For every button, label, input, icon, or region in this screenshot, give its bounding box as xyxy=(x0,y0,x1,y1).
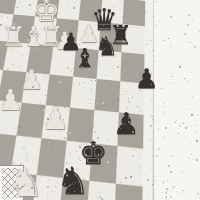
noise-speckle xyxy=(165,192,167,194)
noise-speckle xyxy=(192,44,193,45)
noise-speckle xyxy=(187,81,188,82)
noise-speckle xyxy=(182,162,183,163)
noise-speckle xyxy=(164,40,165,41)
noise-speckle xyxy=(161,88,162,89)
noise-speckle xyxy=(154,180,155,181)
noise-speckle xyxy=(197,38,198,39)
noise-speckle xyxy=(193,159,194,160)
noise-speckle xyxy=(172,156,173,157)
noise-speckle xyxy=(185,109,186,110)
noise-speckle xyxy=(166,197,167,198)
noise-speckle xyxy=(156,1,157,2)
noise-speckle xyxy=(189,158,190,159)
noise-speckle xyxy=(170,45,172,47)
noise-speckle xyxy=(163,136,164,137)
noise-speckle xyxy=(171,42,172,43)
noise-speckle xyxy=(156,121,157,122)
noise-speckle xyxy=(181,172,182,173)
square-r3c5[interactable] xyxy=(70,76,97,110)
noise-speckle xyxy=(196,131,197,132)
noise-speckle xyxy=(196,159,198,161)
noise-speckle xyxy=(196,12,197,13)
noise-speckle xyxy=(173,79,174,80)
noise-speckle xyxy=(164,113,165,114)
noise-speckle xyxy=(193,169,194,170)
noise-speckle xyxy=(167,7,168,8)
noise-speckle xyxy=(197,193,199,195)
square-r6c7[interactable] xyxy=(114,183,142,200)
noise-speckle xyxy=(163,180,164,181)
noise-speckle xyxy=(168,165,170,167)
noise-speckle xyxy=(163,182,164,183)
noise-speckle xyxy=(173,95,174,96)
noise-speckle xyxy=(189,42,190,43)
noise-speckle xyxy=(178,193,179,194)
noise-speckle xyxy=(199,31,200,32)
noise-speckle xyxy=(158,122,159,123)
noise-speckle xyxy=(173,186,175,188)
noise-speckle xyxy=(168,38,169,39)
noise-speckle xyxy=(155,176,156,177)
noise-speckle xyxy=(165,127,167,129)
noise-speckle xyxy=(163,106,164,107)
noise-speckle xyxy=(189,54,190,55)
noise-speckle xyxy=(167,180,168,181)
noise-speckle xyxy=(185,65,186,66)
noise-speckle xyxy=(162,34,163,35)
noise-speckle xyxy=(181,123,182,124)
noise-speckle xyxy=(172,83,173,84)
noise-speckle xyxy=(173,60,174,61)
noise-speckle xyxy=(166,99,167,100)
scene: ♚♜♝♜♟♟♟♟♟♞♛♜♟♞♝♟♟♚♞ xyxy=(0,0,200,200)
noise-speckle xyxy=(165,198,167,200)
noise-speckle xyxy=(156,141,157,142)
noise-speckle xyxy=(179,66,181,68)
noise-speckle xyxy=(192,96,193,97)
noise-speckle xyxy=(156,155,158,157)
noise-speckle xyxy=(199,148,200,149)
noise-speckle xyxy=(185,127,187,129)
noise-speckle xyxy=(191,72,192,73)
noise-speckle xyxy=(191,154,192,155)
noise-speckle xyxy=(164,163,165,164)
noise-speckle xyxy=(186,42,187,43)
noise-speckle xyxy=(159,106,160,107)
noise-speckle xyxy=(194,46,196,48)
noise-speckle xyxy=(191,110,192,111)
noise-speckle xyxy=(163,171,164,172)
black-knight[interactable]: ♞ xyxy=(95,33,118,59)
noise-speckle xyxy=(193,87,194,88)
noise-speckle xyxy=(184,78,185,79)
noise-speckle xyxy=(195,125,196,126)
noise-speckle xyxy=(197,114,198,115)
noise-speckle xyxy=(188,14,190,16)
noise-speckle xyxy=(176,120,177,121)
noise-speckle xyxy=(171,76,172,77)
noise-speckle xyxy=(187,24,189,26)
noise-speckle xyxy=(181,58,182,59)
white-pawn[interactable]: ♟ xyxy=(0,86,24,115)
noise-speckle xyxy=(155,25,156,26)
noise-speckle xyxy=(179,65,180,66)
noise-speckle xyxy=(172,189,173,190)
noise-speckle xyxy=(186,175,187,176)
noise-speckle xyxy=(191,42,192,43)
noise-speckle xyxy=(191,114,193,116)
noise-speckle xyxy=(170,171,172,173)
noise-speckle xyxy=(189,69,190,70)
black-pawn[interactable]: ♟ xyxy=(135,65,159,92)
noise-speckle xyxy=(184,33,186,35)
black-bishop[interactable]: ♝ xyxy=(73,45,96,71)
noise-speckle xyxy=(183,123,184,124)
noise-speckle xyxy=(185,59,186,60)
noise-speckle xyxy=(175,1,176,2)
noise-speckle xyxy=(171,73,172,74)
white-knight[interactable]: ♞ xyxy=(8,162,44,200)
noise-speckle xyxy=(173,136,174,137)
noise-speckle xyxy=(159,21,160,22)
noise-speckle xyxy=(186,52,187,53)
noise-speckle xyxy=(158,128,159,129)
noise-speckle xyxy=(183,34,184,35)
noise-speckle xyxy=(166,188,168,190)
noise-speckle xyxy=(158,148,160,150)
noise-speckle xyxy=(184,137,185,138)
noise-speckle xyxy=(170,16,172,18)
noise-speckle xyxy=(191,126,192,127)
noise-speckle xyxy=(181,64,182,65)
black-knight[interactable]: ♞ xyxy=(56,162,90,200)
noise-speckle xyxy=(199,197,200,198)
square-r6c6[interactable] xyxy=(87,180,116,200)
noise-speckle xyxy=(178,101,179,102)
noise-speckle xyxy=(179,125,181,127)
noise-speckle xyxy=(168,82,169,83)
noise-speckle xyxy=(165,196,167,198)
noise-speckle xyxy=(172,66,173,67)
noise-speckle xyxy=(166,191,167,192)
noise-speckle xyxy=(175,122,176,123)
noise-speckle xyxy=(199,109,200,110)
noise-speckle xyxy=(168,44,169,45)
noise-speckle xyxy=(168,103,169,104)
noise-speckle xyxy=(196,140,198,142)
noise-speckle xyxy=(172,76,173,77)
noise-speckle xyxy=(154,195,155,196)
noise-speckle xyxy=(178,133,179,134)
noise-speckle xyxy=(154,61,155,62)
black-pawn[interactable]: ♟ xyxy=(113,109,140,139)
noise-speckle xyxy=(197,51,198,52)
noise-speckle xyxy=(163,103,164,104)
noise-speckle xyxy=(180,81,181,82)
noise-speckle xyxy=(162,192,163,193)
noise-speckle xyxy=(183,190,184,191)
noise-speckle xyxy=(170,196,172,198)
noise-speckle xyxy=(183,172,184,173)
noise-speckle xyxy=(176,191,177,192)
noise-speckle xyxy=(182,138,183,139)
square-r0c4[interactable] xyxy=(57,0,81,20)
noise-speckle xyxy=(192,19,193,20)
noise-speckle xyxy=(164,57,165,58)
white-pawn[interactable]: ♟ xyxy=(42,103,70,134)
square-r5c7[interactable] xyxy=(116,146,143,186)
noise-speckle xyxy=(159,67,160,68)
noise-speckle xyxy=(174,109,175,110)
